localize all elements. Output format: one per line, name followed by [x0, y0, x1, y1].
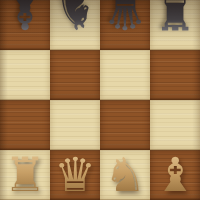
black-bishop-piece[interactable]: ♝	[4, 0, 46, 37]
board-square-r2c1[interactable]	[50, 100, 100, 150]
black-rook-piece[interactable]: ♜	[154, 0, 196, 37]
board-square-r1c3[interactable]	[150, 50, 200, 100]
board-square-r2c0[interactable]	[0, 100, 50, 150]
board-square-r3c0[interactable]: ♜	[0, 150, 50, 200]
black-queen-piece[interactable]: ♛	[104, 0, 146, 37]
chess-board: ♝♞♛♜♜♛♞♝	[0, 0, 200, 200]
board-square-r1c2[interactable]	[100, 50, 150, 100]
white-queen-piece[interactable]: ♛	[54, 150, 96, 200]
board-square-r1c1[interactable]	[50, 50, 100, 100]
board-square-r0c1[interactable]: ♞	[50, 0, 100, 50]
board-square-r3c2[interactable]: ♞	[100, 150, 150, 200]
board-square-r1c0[interactable]	[0, 50, 50, 100]
black-knight-piece[interactable]: ♞	[54, 0, 96, 37]
board-square-r2c3[interactable]	[150, 100, 200, 150]
board-square-r0c2[interactable]: ♛	[100, 0, 150, 50]
board-square-r0c0[interactable]: ♝	[0, 0, 50, 50]
white-knight-piece[interactable]: ♞	[104, 150, 146, 200]
board-square-r3c3[interactable]: ♝	[150, 150, 200, 200]
board-square-r0c3[interactable]: ♜	[150, 0, 200, 50]
board-square-r2c2[interactable]	[100, 100, 150, 150]
board-square-r3c1[interactable]: ♛	[50, 150, 100, 200]
white-rook-piece[interactable]: ♜	[4, 150, 46, 200]
white-bishop-piece[interactable]: ♝	[154, 150, 196, 200]
